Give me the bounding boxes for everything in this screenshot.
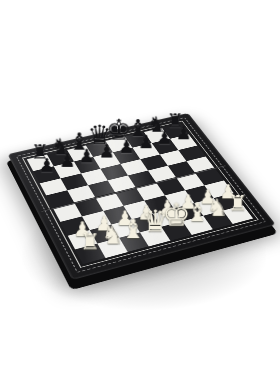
folding-board-case: ♜♞♝♛♚♝♞♜♟♟♟♟♟♟♟♟♟♟♟♟♟♟♟♟♜♞♝♛♚♝♞♜ bbox=[8, 113, 276, 280]
chess-set-scene: ♜♞♝♛♚♝♞♜♟♟♟♟♟♟♟♟♟♟♟♟♟♟♟♟♜♞♝♛♚♝♞♜ bbox=[0, 0, 280, 373]
product-photo: ♜♞♝♛♚♝♞♜♟♟♟♟♟♟♟♟♟♟♟♟♟♟♟♟♜♞♝♛♚♝♞♜ bbox=[0, 0, 280, 373]
